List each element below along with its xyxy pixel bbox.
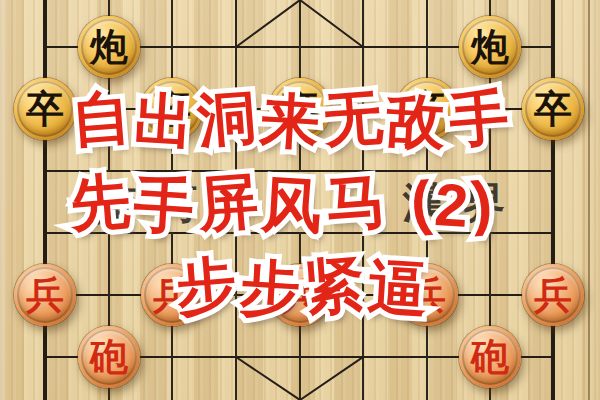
palace-diagonal xyxy=(235,0,301,48)
board-left-edge-highlight xyxy=(0,0,8,400)
overlay-title-line2: 先手屏风马 (2) 先手屏风马 (2) xyxy=(70,173,496,233)
piece-glyph: 砲 xyxy=(471,338,509,376)
overlay-title-line1: 自出洞来无敌手 自出洞来无敌手 xyxy=(72,90,513,149)
overlay-line2-text: 先手屏风马 (2) xyxy=(70,169,496,236)
overlay-line3-text: 步步紧逼 xyxy=(176,252,432,319)
piece-red-cannon[interactable]: 砲 xyxy=(78,326,140,388)
piece-glyph: 炮 xyxy=(90,28,128,66)
piece-glyph: 炮 xyxy=(471,28,509,66)
overlay-title-line3: 步步紧逼 步步紧逼 xyxy=(176,256,432,316)
piece-red-cannon[interactable]: 砲 xyxy=(459,326,521,388)
piece-glyph: 卒 xyxy=(534,90,572,128)
piece-glyph: 卒 xyxy=(26,90,64,128)
overlay-line1-text: 自出洞来无敌手 xyxy=(72,86,513,152)
piece-red-soldier[interactable]: 兵 xyxy=(14,264,76,326)
board-right-edge-highlight xyxy=(590,0,599,400)
piece-black-cannon[interactable]: 炮 xyxy=(459,16,521,78)
board-gridline xyxy=(551,0,555,400)
piece-glyph: 兵 xyxy=(534,276,572,314)
piece-glyph: 兵 xyxy=(26,276,64,314)
palace-diagonal xyxy=(299,356,364,400)
xiangqi-board: 楚河 漢界 炮炮卒卒卒卒卒兵兵兵兵砲兵砲 自出洞来无敌手 自出洞来无敌手 先手屏… xyxy=(0,0,600,400)
piece-black-soldier[interactable]: 卒 xyxy=(522,78,584,140)
palace-diagonal xyxy=(299,0,364,48)
piece-black-soldier[interactable]: 卒 xyxy=(14,78,76,140)
board-gridline xyxy=(43,0,47,400)
piece-glyph: 砲 xyxy=(90,338,128,376)
piece-red-soldier[interactable]: 兵 xyxy=(522,264,584,326)
piece-black-cannon[interactable]: 炮 xyxy=(78,16,140,78)
palace-diagonal xyxy=(235,356,300,400)
